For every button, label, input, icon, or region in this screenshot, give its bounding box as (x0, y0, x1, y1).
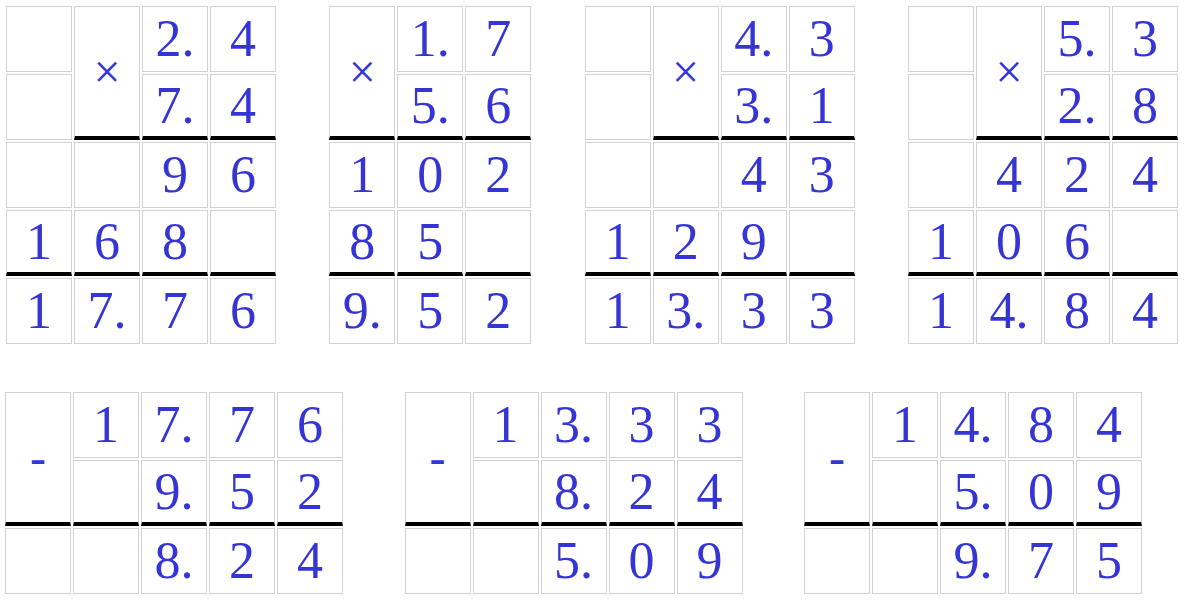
digit-cell-r2c4: 5 (1076, 528, 1142, 594)
digit-cell-r4c2: 2 (465, 278, 531, 344)
grid-cell-r2c1 (473, 528, 539, 594)
digit-cell-r1c1: 5. (397, 74, 463, 140)
digit-cell-r0c1: 1 (73, 392, 139, 458)
digit-cell-r2c2: 5. (541, 528, 607, 594)
subtraction-grid-2: -13.338.245.09 (405, 392, 743, 594)
digit-cell-r4c2: 3 (721, 278, 787, 344)
digit-cell-r0c3: 4 (210, 6, 276, 72)
grid-cell-r1c0 (908, 74, 974, 140)
minus-operator-cell: - (804, 392, 870, 526)
digit-cell-r1c3: 5 (209, 460, 275, 526)
digit-cell-r2c0: 1 (329, 142, 395, 208)
digit-cell-r0c3: 3 (1112, 6, 1178, 72)
digit-cell-r0c2: 7. (141, 392, 207, 458)
digit-cell-r0c2: 3. (541, 392, 607, 458)
digit-cell-r3c2: 9 (721, 210, 787, 276)
digit-cell-r1c3: 8 (1112, 74, 1178, 140)
digit-cell-r0c4: 6 (277, 392, 343, 458)
multiplication-grids-row: ×2.47.49616817.76×1.75.6102859.52×4.33.1… (6, 6, 1178, 344)
digit-cell-r2c1: 0 (397, 142, 463, 208)
digit-cell-r1c2: 7. (142, 74, 208, 140)
digit-cell-r0c2: 2. (142, 6, 208, 72)
digit-cell-r2c2: 9. (940, 528, 1006, 594)
multiplication-grid-1: ×2.47.49616817.76 (6, 6, 276, 344)
digit-cell-r4c1: 7. (74, 278, 140, 344)
grid-cell-r1c0 (6, 74, 72, 140)
grid-cell-r2c0 (804, 528, 870, 594)
minus-operator-cell: - (405, 392, 471, 526)
subtraction-grids-row: -17.769.528.24-13.338.245.09-14.845.099.… (5, 392, 1142, 594)
multiplication-grid-2: ×1.75.6102859.52 (329, 6, 531, 344)
digit-cell-r1c2: 8. (541, 460, 607, 526)
multiply-operator-cell: × (653, 6, 719, 140)
digit-cell-r1c2: 2. (1044, 74, 1110, 140)
digit-cell-r0c4: 4 (1076, 392, 1142, 458)
digit-cell-r4c1: 3. (653, 278, 719, 344)
digit-cell-r0c2: 7 (465, 6, 531, 72)
grid-cell-r2c0 (405, 528, 471, 594)
digit-cell-r0c1: 1 (872, 392, 938, 458)
grid-cell-r2c0 (6, 142, 72, 208)
digit-cell-r0c3: 3 (609, 392, 675, 458)
grid-cell-r1c1 (73, 460, 139, 526)
grid-cell-r0c0 (585, 6, 651, 72)
digit-cell-r4c0: 1 (6, 278, 72, 344)
grid-cell-r3c3 (1112, 210, 1178, 276)
grid-cell-r2c0 (585, 142, 651, 208)
grid-cell-r1c1 (872, 460, 938, 526)
grid-cell-r3c2 (465, 210, 531, 276)
digit-cell-r3c0: 1 (585, 210, 651, 276)
grid-cell-r3c3 (210, 210, 276, 276)
digit-cell-r3c0: 1 (908, 210, 974, 276)
grid-cell-r0c0 (908, 6, 974, 72)
grid-cell-r1c0 (585, 74, 651, 140)
digit-cell-r2c2: 9 (142, 142, 208, 208)
digit-cell-r0c2: 4. (940, 392, 1006, 458)
digit-cell-r0c2: 5. (1044, 6, 1110, 72)
digit-cell-r0c3: 8 (1008, 392, 1074, 458)
digit-cell-r4c3: 3 (789, 278, 855, 344)
digit-cell-r2c3: 7 (1008, 528, 1074, 594)
digit-cell-r0c1: 1. (397, 6, 463, 72)
digit-cell-r1c2: 9. (141, 460, 207, 526)
digit-cell-r0c4: 3 (677, 392, 743, 458)
digit-cell-r2c3: 4 (1112, 142, 1178, 208)
digit-cell-r1c4: 4 (677, 460, 743, 526)
digit-cell-r2c3: 6 (210, 142, 276, 208)
digit-cell-r3c2: 8 (142, 210, 208, 276)
multiply-operator-cell: × (329, 6, 395, 140)
digit-cell-r3c0: 8 (329, 210, 395, 276)
grid-cell-r2c1 (653, 142, 719, 208)
grid-cell-r1c1 (473, 460, 539, 526)
digit-cell-r2c4: 9 (677, 528, 743, 594)
digit-cell-r3c0: 1 (6, 210, 72, 276)
multiplication-grid-3: ×4.33.14312913.33 (585, 6, 855, 344)
digit-cell-r4c1: 5 (397, 278, 463, 344)
grid-cell-r2c0 (5, 528, 71, 594)
digit-cell-r3c1: 2 (653, 210, 719, 276)
digit-cell-r4c0: 1 (908, 278, 974, 344)
digit-cell-r2c2: 2 (1044, 142, 1110, 208)
digit-cell-r4c0: 9. (329, 278, 395, 344)
digit-cell-r4c1: 4. (976, 278, 1042, 344)
digit-cell-r1c3: 1 (789, 74, 855, 140)
arithmetic-worksheet: ×2.47.49616817.76×1.75.6102859.52×4.33.1… (0, 6, 1186, 608)
digit-cell-r1c2: 5. (940, 460, 1006, 526)
digit-cell-r2c1: 4 (976, 142, 1042, 208)
digit-cell-r2c4: 4 (277, 528, 343, 594)
digit-cell-r4c2: 7 (142, 278, 208, 344)
subtraction-grid-1: -17.769.528.24 (5, 392, 343, 594)
digit-cell-r3c1: 6 (74, 210, 140, 276)
subtraction-grid-3: -14.845.099.75 (804, 392, 1142, 594)
grid-cell-r2c0 (908, 142, 974, 208)
digit-cell-r3c2: 6 (1044, 210, 1110, 276)
grid-cell-r2c1 (872, 528, 938, 594)
multiply-operator-cell: × (976, 6, 1042, 140)
digit-cell-r1c2: 6 (465, 74, 531, 140)
digit-cell-r2c2: 2 (465, 142, 531, 208)
digit-cell-r2c3: 2 (209, 528, 275, 594)
digit-cell-r0c3: 3 (789, 6, 855, 72)
digit-cell-r0c3: 7 (209, 392, 275, 458)
minus-operator-cell: - (5, 392, 71, 526)
digit-cell-r0c1: 1 (473, 392, 539, 458)
grid-cell-r2c1 (73, 528, 139, 594)
digit-cell-r1c2: 3. (721, 74, 787, 140)
grid-cell-r3c3 (789, 210, 855, 276)
grid-cell-r2c1 (74, 142, 140, 208)
digit-cell-r2c3: 3 (789, 142, 855, 208)
digit-cell-r2c3: 0 (609, 528, 675, 594)
grid-cell-r0c0 (6, 6, 72, 72)
digit-cell-r0c2: 4. (721, 6, 787, 72)
digit-cell-r1c3: 2 (609, 460, 675, 526)
multiply-operator-cell: × (74, 6, 140, 140)
digit-cell-r2c2: 4 (721, 142, 787, 208)
digit-cell-r4c3: 6 (210, 278, 276, 344)
digit-cell-r1c3: 4 (210, 74, 276, 140)
digit-cell-r1c3: 0 (1008, 460, 1074, 526)
digit-cell-r3c1: 0 (976, 210, 1042, 276)
digit-cell-r1c4: 2 (277, 460, 343, 526)
digit-cell-r4c3: 4 (1112, 278, 1178, 344)
multiplication-grid-4: ×5.32.842410614.84 (908, 6, 1178, 344)
digit-cell-r4c0: 1 (585, 278, 651, 344)
digit-cell-r3c1: 5 (397, 210, 463, 276)
digit-cell-r4c2: 8 (1044, 278, 1110, 344)
digit-cell-r1c4: 9 (1076, 460, 1142, 526)
digit-cell-r2c2: 8. (141, 528, 207, 594)
